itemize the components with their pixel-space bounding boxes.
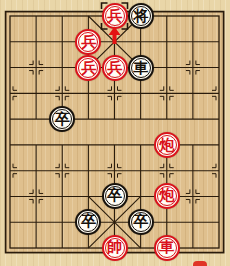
- board-intersection[interactable]: [23, 235, 49, 261]
- board-intersection[interactable]: 車: [128, 55, 154, 81]
- board-intersection[interactable]: 兵: [101, 55, 127, 81]
- board-intersection[interactable]: [23, 3, 49, 29]
- board-intersection[interactable]: [180, 55, 206, 81]
- board-intersection[interactable]: [180, 106, 206, 132]
- piece-red-soldier[interactable]: 兵: [102, 55, 128, 81]
- board-intersection[interactable]: 帥: [101, 235, 127, 261]
- piece-character: 兵: [107, 61, 122, 76]
- piece-character: 兵: [81, 61, 96, 76]
- piece-black-general[interactable]: 将: [128, 3, 154, 29]
- board-intersection[interactable]: [154, 55, 180, 81]
- piece-black-soldier[interactable]: 卒: [128, 209, 154, 235]
- board-intersection[interactable]: [180, 158, 206, 183]
- piece-character: 卒: [133, 214, 148, 229]
- piece-character: 炮: [159, 188, 174, 203]
- board-intersection[interactable]: [180, 132, 206, 158]
- board-intersection[interactable]: [75, 81, 101, 106]
- board-intersection[interactable]: [0, 29, 23, 55]
- board-intersection[interactable]: 卒: [128, 209, 154, 235]
- board-intersection[interactable]: [154, 209, 180, 235]
- board-intersection[interactable]: [23, 209, 49, 235]
- partial-red-element: [193, 261, 207, 266]
- board-intersection[interactable]: [101, 81, 127, 106]
- board-intersection[interactable]: [154, 106, 180, 132]
- board-intersection[interactable]: [49, 3, 75, 29]
- piece-character: 帥: [107, 240, 122, 255]
- board-intersection[interactable]: 卒: [75, 209, 101, 235]
- piece-red-cannon[interactable]: 炮: [154, 183, 180, 209]
- board-intersection[interactable]: [49, 183, 75, 209]
- board-intersection[interactable]: [128, 132, 154, 158]
- board-intersection[interactable]: [49, 209, 75, 235]
- board-intersection[interactable]: [0, 81, 23, 106]
- board-intersection[interactable]: [0, 132, 23, 158]
- piece-character: 卒: [107, 188, 122, 203]
- board-intersection[interactable]: [75, 235, 101, 261]
- board-intersection[interactable]: [101, 158, 127, 183]
- board-intersection[interactable]: [180, 209, 206, 235]
- board-intersection[interactable]: [0, 183, 23, 209]
- piece-character: 兵: [81, 35, 96, 50]
- board-intersection[interactable]: [128, 29, 154, 55]
- board-intersection[interactable]: [23, 55, 49, 81]
- board-intersection[interactable]: [101, 209, 127, 235]
- board-grid: 兵将兵兵兵車卒炮卒炮卒卒帥車: [0, 3, 230, 261]
- piece-red-soldier[interactable]: 兵: [75, 55, 101, 81]
- board-intersection[interactable]: [128, 235, 154, 261]
- board-intersection[interactable]: [206, 235, 230, 261]
- piece-character: 車: [133, 61, 148, 76]
- board-intersection[interactable]: [206, 132, 230, 158]
- piece-character: 将: [133, 9, 148, 24]
- board-intersection[interactable]: [0, 106, 23, 132]
- board-intersection[interactable]: [180, 3, 206, 29]
- xiangqi-app: 兵将兵兵兵車卒炮卒炮卒卒帥車: [0, 0, 230, 266]
- board-intersection[interactable]: [206, 81, 230, 106]
- piece-red-soldier[interactable]: 兵: [102, 3, 128, 29]
- board-intersection[interactable]: [128, 158, 154, 183]
- board-intersection[interactable]: [206, 55, 230, 81]
- piece-red-soldier[interactable]: 兵: [75, 29, 101, 55]
- board-intersection[interactable]: [23, 158, 49, 183]
- piece-character: 車: [159, 240, 174, 255]
- board-intersection[interactable]: [180, 183, 206, 209]
- board-intersection[interactable]: [180, 81, 206, 106]
- board-intersection[interactable]: [23, 29, 49, 55]
- board-intersection[interactable]: [128, 183, 154, 209]
- board-intersection[interactable]: [128, 106, 154, 132]
- board-intersection[interactable]: [75, 183, 101, 209]
- board-intersection[interactable]: [23, 81, 49, 106]
- board-intersection[interactable]: [206, 106, 230, 132]
- piece-red-general[interactable]: 帥: [102, 235, 128, 261]
- board-intersection[interactable]: [154, 158, 180, 183]
- board-intersection[interactable]: [75, 158, 101, 183]
- board-intersection[interactable]: 兵: [101, 3, 127, 29]
- piece-red-cannon[interactable]: 炮: [154, 132, 180, 158]
- board-intersection[interactable]: [206, 209, 230, 235]
- board-intersection[interactable]: [23, 106, 49, 132]
- piece-character: 卒: [55, 112, 70, 127]
- board-intersection[interactable]: [49, 132, 75, 158]
- board-intersection[interactable]: [128, 81, 154, 106]
- board-intersection[interactable]: [49, 81, 75, 106]
- board-intersection[interactable]: [75, 106, 101, 132]
- board-intersection[interactable]: [206, 29, 230, 55]
- board-intersection[interactable]: [0, 158, 23, 183]
- piece-character: 卒: [81, 214, 96, 229]
- board-intersection[interactable]: [23, 132, 49, 158]
- board-intersection[interactable]: 卒: [49, 106, 75, 132]
- board-intersection[interactable]: [206, 183, 230, 209]
- board-intersection[interactable]: [0, 3, 23, 29]
- board-intersection[interactable]: [0, 55, 23, 81]
- piece-character: 炮: [159, 138, 174, 153]
- piece-red-chariot[interactable]: 車: [154, 235, 180, 261]
- board-intersection[interactable]: [49, 55, 75, 81]
- board-intersection[interactable]: 卒: [101, 183, 127, 209]
- board-intersection[interactable]: [75, 3, 101, 29]
- piece-black-chariot[interactable]: 車: [128, 55, 154, 81]
- board-intersection[interactable]: [23, 183, 49, 209]
- board-intersection[interactable]: 炮: [154, 183, 180, 209]
- board-intersection[interactable]: [101, 106, 127, 132]
- board-intersection[interactable]: [49, 235, 75, 261]
- board-intersection[interactable]: [154, 81, 180, 106]
- board-intersection[interactable]: [206, 158, 230, 183]
- board-intersection[interactable]: 兵: [75, 55, 101, 81]
- board-intersection[interactable]: 車: [154, 235, 180, 261]
- board-intersection[interactable]: [154, 3, 180, 29]
- board-intersection[interactable]: [101, 29, 127, 55]
- board-intersection[interactable]: 兵: [75, 29, 101, 55]
- board-intersection[interactable]: [0, 235, 23, 261]
- board-intersection[interactable]: [154, 29, 180, 55]
- piece-black-soldier[interactable]: 卒: [49, 106, 75, 132]
- board-intersection[interactable]: [180, 29, 206, 55]
- board-intersection[interactable]: [101, 132, 127, 158]
- board-intersection[interactable]: 将: [128, 3, 154, 29]
- board-intersection[interactable]: [206, 3, 230, 29]
- board-intersection[interactable]: [49, 29, 75, 55]
- board-intersection[interactable]: [75, 132, 101, 158]
- piece-character: 兵: [107, 9, 122, 24]
- board-intersection[interactable]: [49, 158, 75, 183]
- piece-black-soldier[interactable]: 卒: [102, 183, 128, 209]
- board-intersection[interactable]: [0, 209, 23, 235]
- piece-black-soldier[interactable]: 卒: [75, 209, 101, 235]
- board-intersection[interactable]: 炮: [154, 132, 180, 158]
- board-intersection[interactable]: [180, 235, 206, 261]
